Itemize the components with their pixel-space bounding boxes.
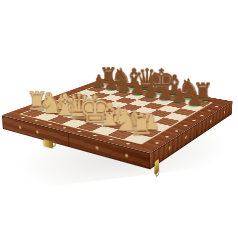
piece-white-rook-a1: ♜ — [19, 89, 54, 114]
brass-screw-icon — [185, 135, 187, 139]
brass-screw-icon — [36, 130, 39, 134]
piece-white-rook-h1: ♜ — [121, 111, 161, 139]
brass-screw-icon — [96, 146, 99, 150]
brass-clasp-icon — [43, 139, 53, 149]
product-photo-chess-set: ♜♞♝♛♚♝♞♜♟♟♟♟♟♟♟♟♟♟♟♟♟♟♟♟♜♞♝♛♚♝♞♜ — [0, 0, 238, 238]
brass-screw-icon — [169, 146, 171, 150]
brass-screw-icon — [125, 153, 128, 157]
photo-scene: ♜♞♝♛♚♝♞♜♟♟♟♟♟♟♟♟♟♟♟♟♟♟♟♟♜♞♝♛♚♝♞♜ — [0, 0, 238, 238]
fold-seam — [196, 124, 197, 139]
brass-screw-icon — [224, 111, 225, 115]
piece-white-knight-g1: ♞ — [105, 104, 144, 135]
chess-board: ♜♞♝♛♚♝♞♜♟♟♟♟♟♟♟♟♟♟♟♟♟♟♟♟♜♞♝♛♚♝♞♜ — [2, 79, 233, 154]
fold-seam — [68, 132, 69, 147]
piece-white-pawn-g2: ♟ — [115, 108, 153, 129]
piece-white-pawn-h2: ♟ — [131, 111, 170, 133]
brass-screw-icon — [19, 125, 22, 129]
brass-clasp-icon — [154, 159, 159, 175]
brass-screw-icon — [210, 119, 211, 123]
